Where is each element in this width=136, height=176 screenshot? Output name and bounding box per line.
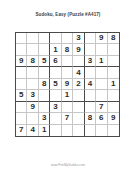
sudoku-cell-r4c3 bbox=[39, 67, 50, 78]
sudoku-cell-r5c6: 2 bbox=[73, 79, 84, 90]
sudoku-cell-r3c8: 1 bbox=[96, 56, 107, 67]
sudoku-cell-r7c6 bbox=[73, 102, 84, 113]
sudoku-cell-r5c1 bbox=[16, 79, 27, 90]
sudoku-cell-r4c4 bbox=[50, 67, 61, 78]
sudoku-cell-r6c3 bbox=[39, 90, 50, 101]
sudoku-cell-r5c7: 4 bbox=[85, 79, 96, 90]
sudoku-cell-r1c2 bbox=[27, 33, 38, 44]
sudoku-cell-r8c5: 7 bbox=[62, 113, 73, 124]
sudoku-cell-r3c5 bbox=[62, 56, 73, 67]
sudoku-cell-r8c2 bbox=[27, 113, 38, 124]
sudoku-cell-r7c1 bbox=[16, 102, 27, 113]
sudoku-cell-r6c7 bbox=[85, 90, 96, 101]
sudoku-cell-r8c3: 3 bbox=[39, 113, 50, 124]
sudoku-cell-r5c5: 9 bbox=[62, 79, 73, 90]
sudoku-cell-r3c6 bbox=[73, 56, 84, 67]
sudoku-cell-r2c1 bbox=[16, 44, 27, 55]
sudoku-cell-r6c2: 3 bbox=[27, 90, 38, 101]
sudoku-cell-r9c8 bbox=[96, 125, 107, 136]
sudoku-cell-r8c1 bbox=[16, 113, 27, 124]
sudoku-cell-r1c7 bbox=[85, 33, 96, 44]
sudoku-cell-r6c6 bbox=[73, 90, 84, 101]
sudoku-cell-r4c8 bbox=[96, 67, 107, 78]
sudoku-cell-r8c4 bbox=[50, 113, 61, 124]
sudoku-cell-r1c9: 8 bbox=[108, 33, 119, 44]
sudoku-cell-r4c1 bbox=[16, 67, 27, 78]
sudoku-cell-r4c2 bbox=[27, 67, 38, 78]
sudoku-cell-r9c3: 1 bbox=[39, 125, 50, 136]
sudoku-cell-r6c8 bbox=[96, 90, 107, 101]
sudoku-cell-r7c9 bbox=[108, 102, 119, 113]
sudoku-cell-r2c3 bbox=[39, 44, 50, 55]
sudoku-cell-r4c6: 4 bbox=[73, 67, 84, 78]
sudoku-cell-r4c5 bbox=[62, 67, 73, 78]
sudoku-cell-r7c7 bbox=[85, 102, 96, 113]
sudoku-cell-r3c7: 3 bbox=[85, 56, 96, 67]
sudoku-cell-r1c1 bbox=[16, 33, 27, 44]
puzzle-title: Sudoku, Easy (Puzzle #A417) bbox=[0, 12, 136, 17]
sudoku-cell-r9c7 bbox=[85, 125, 96, 136]
sudoku-cell-r5c2 bbox=[27, 79, 38, 90]
sudoku-cell-r7c8: 7 bbox=[96, 102, 107, 113]
sudoku-cell-r7c5 bbox=[62, 102, 73, 113]
sudoku-cell-r9c5 bbox=[62, 125, 73, 136]
sudoku-cell-r1c4 bbox=[50, 33, 61, 44]
sudoku-cell-r6c9 bbox=[108, 90, 119, 101]
sudoku-cell-r4c7 bbox=[85, 67, 96, 78]
sudoku-cell-r3c1: 9 bbox=[16, 56, 27, 67]
sudoku-cell-r9c6 bbox=[73, 125, 84, 136]
sudoku-cell-r2c2 bbox=[27, 44, 38, 55]
sudoku-cell-r6c4 bbox=[50, 90, 61, 101]
sudoku-cell-r5c4: 5 bbox=[50, 79, 61, 90]
sudoku-cell-r3c2: 8 bbox=[27, 56, 38, 67]
sudoku-page: Sudoku, Easy (Puzzle #A417) 398189985631… bbox=[0, 0, 136, 176]
sudoku-cell-r2c5: 8 bbox=[62, 44, 73, 55]
sudoku-cell-r5c9: 1 bbox=[108, 79, 119, 90]
sudoku-cell-r1c8: 9 bbox=[96, 33, 107, 44]
sudoku-cell-r3c4: 6 bbox=[50, 56, 61, 67]
sudoku-cell-r3c3: 5 bbox=[39, 56, 50, 67]
sudoku-board: 398189985631485924153193737869741 bbox=[15, 32, 120, 137]
sudoku-cell-r5c8 bbox=[96, 79, 107, 90]
sudoku-cell-r7c3 bbox=[39, 102, 50, 113]
sudoku-cell-r9c2: 4 bbox=[27, 125, 38, 136]
sudoku-cell-r2c8 bbox=[96, 44, 107, 55]
sudoku-cell-r2c6: 9 bbox=[73, 44, 84, 55]
sudoku-cell-r1c3 bbox=[39, 33, 50, 44]
sudoku-cell-r1c5 bbox=[62, 33, 73, 44]
sudoku-cell-r2c9 bbox=[108, 44, 119, 55]
sudoku-cell-r9c1: 7 bbox=[16, 125, 27, 136]
sudoku-cell-r7c2: 9 bbox=[27, 102, 38, 113]
sudoku-cell-r9c9 bbox=[108, 125, 119, 136]
sudoku-cell-r3c9 bbox=[108, 56, 119, 67]
sudoku-cell-r8c8: 6 bbox=[96, 113, 107, 124]
sudoku-cell-r8c6 bbox=[73, 113, 84, 124]
sudoku-cell-r2c7 bbox=[85, 44, 96, 55]
sudoku-cell-r8c7: 8 bbox=[85, 113, 96, 124]
sudoku-cell-r6c5: 1 bbox=[62, 90, 73, 101]
sudoku-cell-r5c3: 8 bbox=[39, 79, 50, 90]
footer-url: www.PrintMySudoku.com bbox=[0, 163, 136, 167]
sudoku-cell-r6c1: 5 bbox=[16, 90, 27, 101]
sudoku-cell-r2c4: 1 bbox=[50, 44, 61, 55]
sudoku-cell-r1c6: 3 bbox=[73, 33, 84, 44]
sudoku-cell-r8c9: 9 bbox=[108, 113, 119, 124]
sudoku-cell-r9c4 bbox=[50, 125, 61, 136]
sudoku-cell-r7c4: 3 bbox=[50, 102, 61, 113]
sudoku-cell-r4c9 bbox=[108, 67, 119, 78]
